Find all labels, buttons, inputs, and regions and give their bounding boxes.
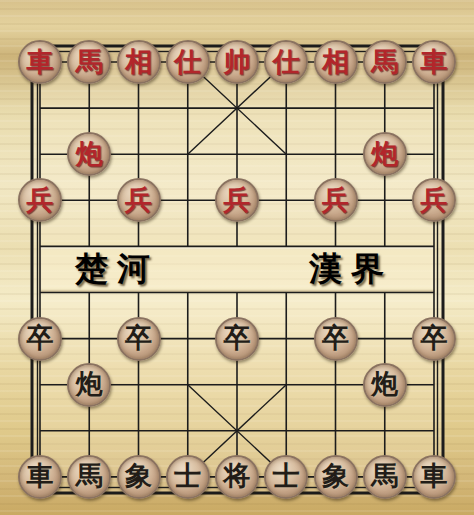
piece-glyph: 士 <box>174 463 201 490</box>
piece-black-cannon[interactable]: 炮 <box>67 363 111 407</box>
piece-glyph: 炮 <box>76 371 103 398</box>
piece-glyph: 相 <box>125 49 152 76</box>
piece-glyph: 卒 <box>421 325 448 352</box>
piece-glyph: 象 <box>322 463 349 490</box>
piece-glyph: 車 <box>421 49 448 76</box>
piece-glyph: 炮 <box>76 141 103 168</box>
piece-glyph: 帅 <box>224 49 251 76</box>
piece-red-cannon[interactable]: 炮 <box>363 132 407 176</box>
piece-red-soldier[interactable]: 兵 <box>314 178 358 222</box>
river-label-left: 楚河 <box>62 249 172 289</box>
piece-red-advisor[interactable]: 仕 <box>166 40 210 84</box>
piece-glyph: 仕 <box>273 49 300 76</box>
piece-black-soldier[interactable]: 卒 <box>18 317 62 361</box>
piece-red-elephant[interactable]: 相 <box>314 40 358 84</box>
piece-red-soldier[interactable]: 兵 <box>412 178 456 222</box>
piece-glyph: 車 <box>421 463 448 490</box>
piece-black-soldier[interactable]: 卒 <box>117 317 161 361</box>
piece-red-soldier[interactable]: 兵 <box>215 178 259 222</box>
piece-black-advisor[interactable]: 士 <box>264 455 308 499</box>
piece-glyph: 馬 <box>371 463 398 490</box>
piece-red-chariot[interactable]: 車 <box>18 40 62 84</box>
piece-glyph: 仕 <box>174 49 201 76</box>
piece-black-horse[interactable]: 馬 <box>67 455 111 499</box>
piece-red-general[interactable]: 帅 <box>215 40 259 84</box>
piece-black-cannon[interactable]: 炮 <box>363 363 407 407</box>
piece-glyph: 兵 <box>224 187 251 214</box>
piece-red-soldier[interactable]: 兵 <box>18 178 62 222</box>
piece-glyph: 卒 <box>224 325 251 352</box>
piece-red-horse[interactable]: 馬 <box>363 40 407 84</box>
piece-black-elephant[interactable]: 象 <box>117 455 161 499</box>
piece-glyph: 馬 <box>76 463 103 490</box>
river-label-right: 漢界 <box>296 249 406 289</box>
piece-glyph: 馬 <box>76 49 103 76</box>
piece-glyph: 卒 <box>27 325 54 352</box>
piece-glyph: 兵 <box>421 187 448 214</box>
piece-glyph: 兵 <box>322 187 349 214</box>
piece-black-elephant[interactable]: 象 <box>314 455 358 499</box>
piece-glyph: 車 <box>27 463 54 490</box>
piece-red-elephant[interactable]: 相 <box>117 40 161 84</box>
piece-glyph: 士 <box>273 463 300 490</box>
piece-glyph: 卒 <box>125 325 152 352</box>
piece-glyph: 相 <box>322 49 349 76</box>
piece-red-advisor[interactable]: 仕 <box>264 40 308 84</box>
piece-black-general[interactable]: 将 <box>215 455 259 499</box>
piece-glyph: 車 <box>27 49 54 76</box>
piece-glyph: 象 <box>125 463 152 490</box>
piece-glyph: 炮 <box>371 371 398 398</box>
piece-black-soldier[interactable]: 卒 <box>215 317 259 361</box>
piece-glyph: 兵 <box>27 187 54 214</box>
piece-red-soldier[interactable]: 兵 <box>117 178 161 222</box>
piece-glyph: 卒 <box>322 325 349 352</box>
piece-red-chariot[interactable]: 車 <box>412 40 456 84</box>
xiangqi-app: 楚河 漢界 車馬相仕帅仕相馬車炮炮兵兵兵兵兵卒卒卒卒卒炮炮車馬象士将士象馬車 <box>0 0 474 515</box>
piece-black-soldier[interactable]: 卒 <box>314 317 358 361</box>
piece-glyph: 馬 <box>371 49 398 76</box>
piece-black-soldier[interactable]: 卒 <box>412 317 456 361</box>
piece-glyph: 将 <box>224 463 251 490</box>
piece-red-horse[interactable]: 馬 <box>67 40 111 84</box>
piece-glyph: 兵 <box>125 187 152 214</box>
piece-black-horse[interactable]: 馬 <box>363 455 407 499</box>
piece-black-chariot[interactable]: 車 <box>18 455 62 499</box>
piece-black-advisor[interactable]: 士 <box>166 455 210 499</box>
piece-black-chariot[interactable]: 車 <box>412 455 456 499</box>
piece-glyph: 炮 <box>371 141 398 168</box>
